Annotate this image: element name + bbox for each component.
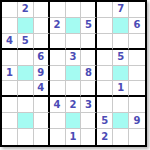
- cell-r4c6[interactable]: [81, 50, 97, 66]
- cell-r9c3[interactable]: [34, 129, 50, 145]
- cell-r4c7[interactable]: [97, 50, 113, 66]
- cell-r6c3[interactable]: 4: [34, 81, 50, 97]
- cell-r1c2[interactable]: 2: [18, 2, 34, 18]
- cell-r5c5[interactable]: [66, 66, 82, 82]
- cell-r6c4[interactable]: [50, 81, 66, 97]
- cell-r7c1[interactable]: [2, 97, 18, 113]
- cell-r6c8[interactable]: 1: [113, 81, 129, 97]
- cell-r3c7[interactable]: [97, 34, 113, 50]
- cell-r4c1[interactable]: [2, 50, 18, 66]
- cell-r7c9[interactable]: [129, 97, 145, 113]
- cell-r9c2[interactable]: [18, 129, 34, 145]
- cell-r5c9[interactable]: [129, 66, 145, 82]
- cell-r3c4[interactable]: [50, 34, 66, 50]
- cell-r9c8[interactable]: [113, 129, 129, 145]
- cell-r2c4[interactable]: 2: [50, 18, 66, 34]
- cell-r2c2[interactable]: [18, 18, 34, 34]
- cell-r4c9[interactable]: [129, 50, 145, 66]
- cell-r7c2[interactable]: [18, 97, 34, 113]
- cell-r4c2[interactable]: [18, 50, 34, 66]
- cell-r3c3[interactable]: [34, 34, 50, 50]
- cell-r1c7[interactable]: [97, 2, 113, 18]
- cell-r2c6[interactable]: 5: [81, 18, 97, 34]
- cell-r2c1[interactable]: [2, 18, 18, 34]
- cell-r3c1[interactable]: 4: [2, 34, 18, 50]
- cell-r6c2[interactable]: [18, 81, 34, 97]
- cell-r5c6[interactable]: 8: [81, 66, 97, 82]
- cell-r9c6[interactable]: [81, 129, 97, 145]
- cell-r3c8[interactable]: [113, 34, 129, 50]
- cell-r2c3[interactable]: [34, 18, 50, 34]
- cell-r4c3[interactable]: 6: [34, 50, 50, 66]
- cell-r8c4[interactable]: [50, 113, 66, 129]
- cell-r8c5[interactable]: [66, 113, 82, 129]
- cell-r1c5[interactable]: [66, 2, 82, 18]
- cell-r1c4[interactable]: [50, 2, 66, 18]
- cell-r5c8[interactable]: [113, 66, 129, 82]
- cell-r5c1[interactable]: 1: [2, 66, 18, 82]
- cell-r7c8[interactable]: [113, 97, 129, 113]
- cell-r6c7[interactable]: [97, 81, 113, 97]
- cell-r2c5[interactable]: [66, 18, 82, 34]
- cell-r3c5[interactable]: [66, 34, 82, 50]
- cell-r6c9[interactable]: [129, 81, 145, 97]
- cell-r7c4[interactable]: 4: [50, 97, 66, 113]
- cell-r9c7[interactable]: 2: [97, 129, 113, 145]
- cell-r1c3[interactable]: [34, 2, 50, 18]
- cell-r7c6[interactable]: 3: [81, 97, 97, 113]
- cell-r7c3[interactable]: [34, 97, 50, 113]
- cell-r6c5[interactable]: [66, 81, 82, 97]
- cell-r4c8[interactable]: 5: [113, 50, 129, 66]
- cell-r1c6[interactable]: [81, 2, 97, 18]
- cell-r4c5[interactable]: 3: [66, 50, 82, 66]
- cell-r4c4[interactable]: [50, 50, 66, 66]
- cell-r2c7[interactable]: [97, 18, 113, 34]
- cell-r1c1[interactable]: [2, 2, 18, 18]
- cell-r7c7[interactable]: [97, 97, 113, 113]
- cell-r5c4[interactable]: [50, 66, 66, 82]
- cell-r7c5[interactable]: 2: [66, 97, 82, 113]
- cell-r9c9[interactable]: [129, 129, 145, 145]
- cell-r9c4[interactable]: [50, 129, 66, 145]
- cell-r8c7[interactable]: 5: [97, 113, 113, 129]
- cell-r5c7[interactable]: [97, 66, 113, 82]
- cell-r8c9[interactable]: 9: [129, 113, 145, 129]
- cell-r3c6[interactable]: [81, 34, 97, 50]
- cell-r5c2[interactable]: [18, 66, 34, 82]
- cell-r1c8[interactable]: 7: [113, 2, 129, 18]
- cell-r3c2[interactable]: 5: [18, 34, 34, 50]
- cell-r1c9[interactable]: [129, 2, 145, 18]
- cell-r9c5[interactable]: 1: [66, 129, 82, 145]
- cell-r8c8[interactable]: [113, 113, 129, 129]
- cell-r9c1[interactable]: [2, 129, 18, 145]
- sudoku-board: 2725645635198414235912: [0, 0, 147, 147]
- cell-r8c3[interactable]: [34, 113, 50, 129]
- cell-r6c1[interactable]: [2, 81, 18, 97]
- cell-r6c6[interactable]: [81, 81, 97, 97]
- cell-r3c9[interactable]: [129, 34, 145, 50]
- cell-r2c9[interactable]: 6: [129, 18, 145, 34]
- cell-r8c6[interactable]: [81, 113, 97, 129]
- cell-r5c3[interactable]: 9: [34, 66, 50, 82]
- cell-r8c1[interactable]: [2, 113, 18, 129]
- cell-r2c8[interactable]: [113, 18, 129, 34]
- cell-r8c2[interactable]: [18, 113, 34, 129]
